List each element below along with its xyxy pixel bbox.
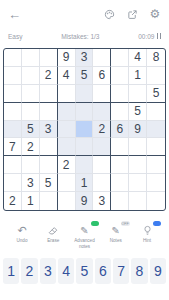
cell-r5c9[interactable]: [147, 121, 165, 139]
cell-r2c4[interactable]: 4: [58, 67, 76, 85]
cell-r3c7[interactable]: [111, 85, 129, 103]
numpad-8[interactable]: 8: [131, 258, 147, 284]
cell-r7c5[interactable]: [76, 156, 94, 174]
cell-r3c1[interactable]: [4, 85, 22, 103]
cell-r5c1[interactable]: [4, 121, 22, 139]
cell-r2c7[interactable]: [111, 67, 129, 85]
cell-r6c8[interactable]: [129, 138, 147, 156]
share-icon[interactable]: [126, 8, 138, 20]
numpad-9[interactable]: 9: [150, 258, 166, 284]
cell-r6c4[interactable]: [58, 138, 76, 156]
numpad-4[interactable]: 4: [58, 258, 74, 284]
cell-r1c9[interactable]: 8: [147, 49, 165, 67]
mistakes-label: Mistakes: 1/3: [61, 33, 99, 40]
numpad-1[interactable]: 1: [3, 258, 19, 284]
numpad-7[interactable]: 7: [113, 258, 129, 284]
numpad-2[interactable]: 2: [21, 258, 37, 284]
cell-r1c6[interactable]: [93, 49, 111, 67]
back-button[interactable]: ←: [8, 8, 21, 21]
numpad-6[interactable]: 6: [95, 258, 111, 284]
cell-r1c1[interactable]: [4, 49, 22, 67]
cell-r5c4[interactable]: [58, 121, 76, 139]
cell-r7c7[interactable]: [111, 156, 129, 174]
cell-r8c7[interactable]: [111, 174, 129, 192]
cell-r8c1[interactable]: [4, 174, 22, 192]
cell-r8c5[interactable]: 1: [76, 174, 94, 192]
cell-r8c9[interactable]: [147, 174, 165, 192]
cell-r2c8[interactable]: 1: [129, 67, 147, 85]
tool-hint[interactable]: Hint: [132, 224, 162, 249]
cell-r1c7[interactable]: [111, 49, 129, 67]
tool-label: Erase: [47, 238, 59, 244]
badge-advanced-notes: [91, 221, 99, 226]
numpad-5[interactable]: 5: [76, 258, 92, 284]
cell-r9c3[interactable]: [40, 192, 58, 210]
cell-r2c3[interactable]: 2: [40, 67, 58, 85]
cell-r3c3[interactable]: [40, 85, 58, 103]
cell-r7c1[interactable]: [4, 156, 22, 174]
cell-r7c8[interactable]: [129, 156, 147, 174]
status-bar: Easy Mistakes: 1/3 00:09: [0, 31, 169, 41]
cell-r5c6[interactable]: 2: [93, 121, 111, 139]
sudoku-board: 93482456155532697223512193: [3, 48, 166, 211]
cell-r5c3[interactable]: 3: [40, 121, 58, 139]
number-pad: 123456789: [0, 258, 169, 284]
notes-icon: ✎: [112, 224, 120, 236]
cell-r6c1[interactable]: 7: [4, 138, 22, 156]
cell-r9c6[interactable]: 3: [93, 192, 111, 210]
cell-r9c9[interactable]: [147, 192, 165, 210]
cell-r2c9[interactable]: [147, 67, 165, 85]
erase-icon: [48, 224, 58, 236]
cell-r4c4[interactable]: [58, 103, 76, 121]
cell-r4c7[interactable]: [111, 103, 129, 121]
cell-r5c7[interactable]: 6: [111, 121, 129, 139]
cell-r8c4[interactable]: [58, 174, 76, 192]
tool-advanced-notes[interactable]: ✎Advanced notes: [70, 224, 100, 249]
cell-r2c2[interactable]: [22, 67, 40, 85]
cell-r6c2[interactable]: 2: [22, 138, 40, 156]
undo-icon: ↶: [17, 224, 26, 236]
cell-r2c6[interactable]: 6: [93, 67, 111, 85]
cell-r5c5[interactable]: [76, 121, 94, 139]
cell-r9c1[interactable]: 2: [4, 192, 22, 210]
tool-label: Undo: [17, 238, 28, 244]
top-bar: ← ⚙: [0, 0, 169, 22]
cell-r4c6[interactable]: [93, 103, 111, 121]
cell-r4c1[interactable]: [4, 103, 22, 121]
cell-r7c9[interactable]: [147, 156, 165, 174]
cell-r6c3[interactable]: [40, 138, 58, 156]
cell-r1c8[interactable]: 4: [129, 49, 147, 67]
advanced-notes-icon: ✎: [80, 224, 88, 236]
cell-r9c4[interactable]: [58, 192, 76, 210]
hint-icon: [143, 224, 152, 236]
cell-r3c4[interactable]: [58, 85, 76, 103]
badge-notes: OFF: [121, 221, 130, 226]
cell-r8c6[interactable]: [93, 174, 111, 192]
cell-r7c2[interactable]: [22, 156, 40, 174]
cell-r7c6[interactable]: [93, 156, 111, 174]
palette-icon[interactable]: [103, 8, 115, 20]
cell-r9c2[interactable]: 1: [22, 192, 40, 210]
tool-undo[interactable]: ↶Undo: [7, 224, 37, 249]
cell-r3c2[interactable]: [22, 85, 40, 103]
cell-r5c8[interactable]: 9: [129, 121, 147, 139]
cell-r8c3[interactable]: 5: [40, 174, 58, 192]
cell-r1c4[interactable]: 9: [58, 49, 76, 67]
cell-r1c5[interactable]: 3: [76, 49, 94, 67]
cell-r4c5[interactable]: [76, 103, 94, 121]
cell-r8c8[interactable]: [129, 174, 147, 192]
timer: 00:09: [138, 33, 154, 40]
cell-r1c2[interactable]: [22, 49, 40, 67]
badge-hint: [153, 221, 161, 226]
cell-r5c2[interactable]: 5: [22, 121, 40, 139]
cell-r9c8[interactable]: [129, 192, 147, 210]
cell-r4c8[interactable]: 5: [129, 103, 147, 121]
cell-r7c3[interactable]: [40, 156, 58, 174]
settings-icon[interactable]: ⚙: [149, 8, 161, 20]
cell-r3c5[interactable]: [76, 85, 94, 103]
cell-r4c3[interactable]: [40, 103, 58, 121]
cell-r8c2[interactable]: 3: [22, 174, 40, 192]
tool-erase[interactable]: Erase: [38, 224, 68, 249]
cell-r3c9[interactable]: 5: [147, 85, 165, 103]
cell-r9c7[interactable]: [111, 192, 129, 210]
cell-r3c6[interactable]: [93, 85, 111, 103]
difficulty-label: Easy: [8, 33, 22, 40]
cell-r2c1[interactable]: [4, 67, 22, 85]
tool-label: Hint: [143, 238, 151, 244]
cell-r4c2[interactable]: [22, 103, 40, 121]
cell-r4c9[interactable]: [147, 103, 165, 121]
cell-r7c4[interactable]: 2: [58, 156, 76, 174]
toolbar: ↶UndoErase✎Advanced notes✎OFFNotesHint: [0, 224, 169, 249]
cell-r6c9[interactable]: [147, 138, 165, 156]
cell-r2c5[interactable]: 5: [76, 67, 94, 85]
numpad-3[interactable]: 3: [40, 258, 56, 284]
tool-notes[interactable]: ✎OFFNotes: [101, 224, 131, 249]
cell-r3c8[interactable]: [129, 85, 147, 103]
cell-r6c7[interactable]: [111, 138, 129, 156]
cell-r9c5[interactable]: 9: [76, 192, 94, 210]
tool-label: Advanced notes: [70, 238, 100, 249]
tool-label: Notes: [110, 238, 122, 244]
cell-r1c3[interactable]: [40, 49, 58, 67]
cell-r6c5[interactable]: [76, 138, 94, 156]
cell-r6c6[interactable]: [93, 138, 111, 156]
pause-icon[interactable]: [157, 33, 162, 39]
